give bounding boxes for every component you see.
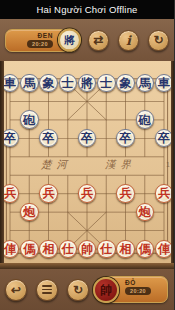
black-player-timer: 20:20 bbox=[27, 40, 53, 48]
info-icon: i bbox=[126, 34, 131, 47]
bottom-toolbar: ↩ ↻ 帥 ĐỎ 20:20 bbox=[0, 269, 174, 310]
red-player-name: ĐỎ bbox=[125, 279, 136, 286]
board-right-edge bbox=[171, 61, 175, 269]
bottom-buttons: ↩ ↻ bbox=[5, 279, 89, 301]
piece-red-仕[interactable]: 仕 bbox=[97, 240, 116, 259]
undo-icon: ↩ bbox=[11, 284, 21, 296]
menu-icon bbox=[42, 285, 52, 294]
piece-red-帥[interactable]: 帥 bbox=[78, 240, 97, 259]
piece-red-俥[interactable]: 俥 bbox=[1, 240, 20, 259]
piece-red-傌[interactable]: 傌 bbox=[136, 240, 155, 259]
piece-red-兵[interactable]: 兵 bbox=[78, 184, 97, 203]
board-bottom-edge bbox=[0, 263, 174, 269]
piece-black-馬[interactable]: 馬 bbox=[20, 74, 39, 93]
piece-red-仕[interactable]: 仕 bbox=[59, 240, 78, 259]
black-player-info: ĐEN 20:20 bbox=[27, 32, 53, 48]
page-title: Hai Người Chơi Offline bbox=[36, 4, 137, 15]
piece-black-將[interactable]: 將 bbox=[78, 74, 97, 93]
piece-black-馬[interactable]: 馬 bbox=[136, 74, 155, 93]
top-toolbar: ĐEN 20:20 將 ⇄ i ↻ bbox=[0, 19, 174, 61]
red-general-glyph: 帥 bbox=[100, 284, 112, 296]
flip-board-button[interactable]: ⇄ bbox=[88, 30, 109, 51]
piece-red-炮[interactable]: 炮 bbox=[136, 203, 155, 222]
info-button[interactable]: i bbox=[118, 30, 139, 51]
red-player-timer: 20:20 bbox=[125, 287, 151, 295]
new-game-button[interactable]: ↻ bbox=[148, 30, 169, 51]
piece-black-士[interactable]: 士 bbox=[59, 74, 78, 93]
piece-black-士[interactable]: 士 bbox=[97, 74, 116, 93]
black-general-glyph: 將 bbox=[64, 35, 75, 46]
swap-icon: ⇄ bbox=[93, 34, 103, 46]
piece-grid: 車馬象士將士象馬車砲砲卒卒卒卒卒兵兵兵兵兵炮炮俥傌相仕帥仕相傌俥 bbox=[0, 74, 173, 258]
piece-red-兵[interactable]: 兵 bbox=[1, 184, 20, 203]
piece-black-砲[interactable]: 砲 bbox=[20, 110, 39, 129]
title-bar: Hai Người Chơi Offline bbox=[0, 0, 174, 19]
piece-black-砲[interactable]: 砲 bbox=[136, 110, 155, 129]
piece-red-炮[interactable]: 炮 bbox=[20, 203, 39, 222]
piece-red-兵[interactable]: 兵 bbox=[39, 184, 58, 203]
piece-black-卒[interactable]: 卒 bbox=[1, 129, 20, 148]
board-left-edge bbox=[0, 61, 4, 269]
red-player-badge: 帥 ĐỎ 20:20 bbox=[100, 276, 168, 303]
piece-black-卒[interactable]: 卒 bbox=[78, 129, 97, 148]
red-player-info: ĐỎ 20:20 bbox=[125, 279, 151, 295]
restart-icon: ↻ bbox=[153, 34, 163, 46]
piece-black-卒[interactable]: 卒 bbox=[116, 129, 135, 148]
xiangqi-app: Hai Người Chơi Offline ĐEN 20:20 將 ⇄ i ↻ bbox=[0, 0, 174, 310]
redo-button[interactable]: ↻ bbox=[67, 279, 89, 301]
xiangqi-board[interactable]: 楚河 漢界 1 車馬象士將士象馬車砲砲卒卒卒卒卒兵兵兵兵兵炮炮俥傌相仕帥仕相傌俥 bbox=[0, 61, 174, 269]
moves-menu-button[interactable] bbox=[36, 279, 58, 301]
undo-button[interactable]: ↩ bbox=[5, 279, 27, 301]
piece-black-象[interactable]: 象 bbox=[116, 74, 135, 93]
black-player-name: ĐEN bbox=[37, 32, 53, 39]
black-player-badge: ĐEN 20:20 將 bbox=[5, 29, 79, 52]
redo-icon: ↻ bbox=[73, 284, 83, 296]
piece-red-傌[interactable]: 傌 bbox=[20, 240, 39, 259]
piece-black-車[interactable]: 車 bbox=[1, 74, 20, 93]
piece-red-兵[interactable]: 兵 bbox=[116, 184, 135, 203]
piece-black-卒[interactable]: 卒 bbox=[39, 129, 58, 148]
top-buttons: ⇄ i ↻ bbox=[88, 30, 169, 51]
piece-red-相[interactable]: 相 bbox=[116, 240, 135, 259]
red-general-token: 帥 bbox=[93, 277, 119, 303]
piece-red-相[interactable]: 相 bbox=[39, 240, 58, 259]
black-general-token: 將 bbox=[58, 29, 81, 52]
piece-black-象[interactable]: 象 bbox=[39, 74, 58, 93]
